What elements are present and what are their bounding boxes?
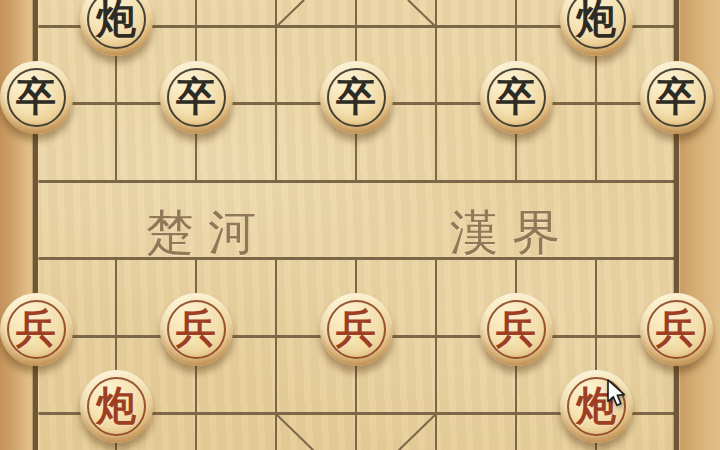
black-soldier-glyph: 卒 [176,69,216,124]
piece-black-cannon[interactable]: 炮 [80,0,153,56]
red-soldier-glyph: 兵 [656,301,696,356]
black-cannon-glyph: 炮 [576,0,616,46]
red-soldier-glyph: 兵 [16,301,56,356]
black-soldier-glyph: 卒 [656,69,696,124]
black-soldier-glyph: 卒 [336,69,376,124]
piece-red-cannon[interactable]: 炮 [80,370,153,443]
red-soldier-glyph: 兵 [336,301,376,356]
red-cannon-glyph: 炮 [576,378,616,433]
piece-red-soldier[interactable]: 兵 [0,293,73,366]
piece-black-soldier[interactable]: 卒 [160,61,233,134]
black-cannon-glyph: 炮 [96,0,136,46]
piece-red-soldier[interactable]: 兵 [160,293,233,366]
piece-black-soldier[interactable]: 卒 [320,61,393,134]
black-soldier-glyph: 卒 [16,69,56,124]
piece-red-cannon[interactable]: 炮 [560,370,633,443]
piece-black-cannon[interactable]: 炮 [560,0,633,56]
piece-black-soldier[interactable]: 卒 [0,61,73,134]
red-soldier-glyph: 兵 [496,301,536,356]
piece-grid: 炮炮卒卒卒卒卒兵兵兵兵兵炮炮 [0,0,716,450]
piece-black-soldier[interactable]: 卒 [480,61,553,134]
piece-black-soldier[interactable]: 卒 [640,61,713,134]
black-soldier-glyph: 卒 [496,69,536,124]
piece-red-soldier[interactable]: 兵 [640,293,713,366]
piece-red-soldier[interactable]: 兵 [480,293,553,366]
piece-red-soldier[interactable]: 兵 [320,293,393,366]
red-cannon-glyph: 炮 [96,378,136,433]
red-soldier-glyph: 兵 [176,301,216,356]
xiangqi-board[interactable]: 楚河 漢界 炮炮卒卒卒卒卒兵兵兵兵兵炮炮 [0,0,720,450]
